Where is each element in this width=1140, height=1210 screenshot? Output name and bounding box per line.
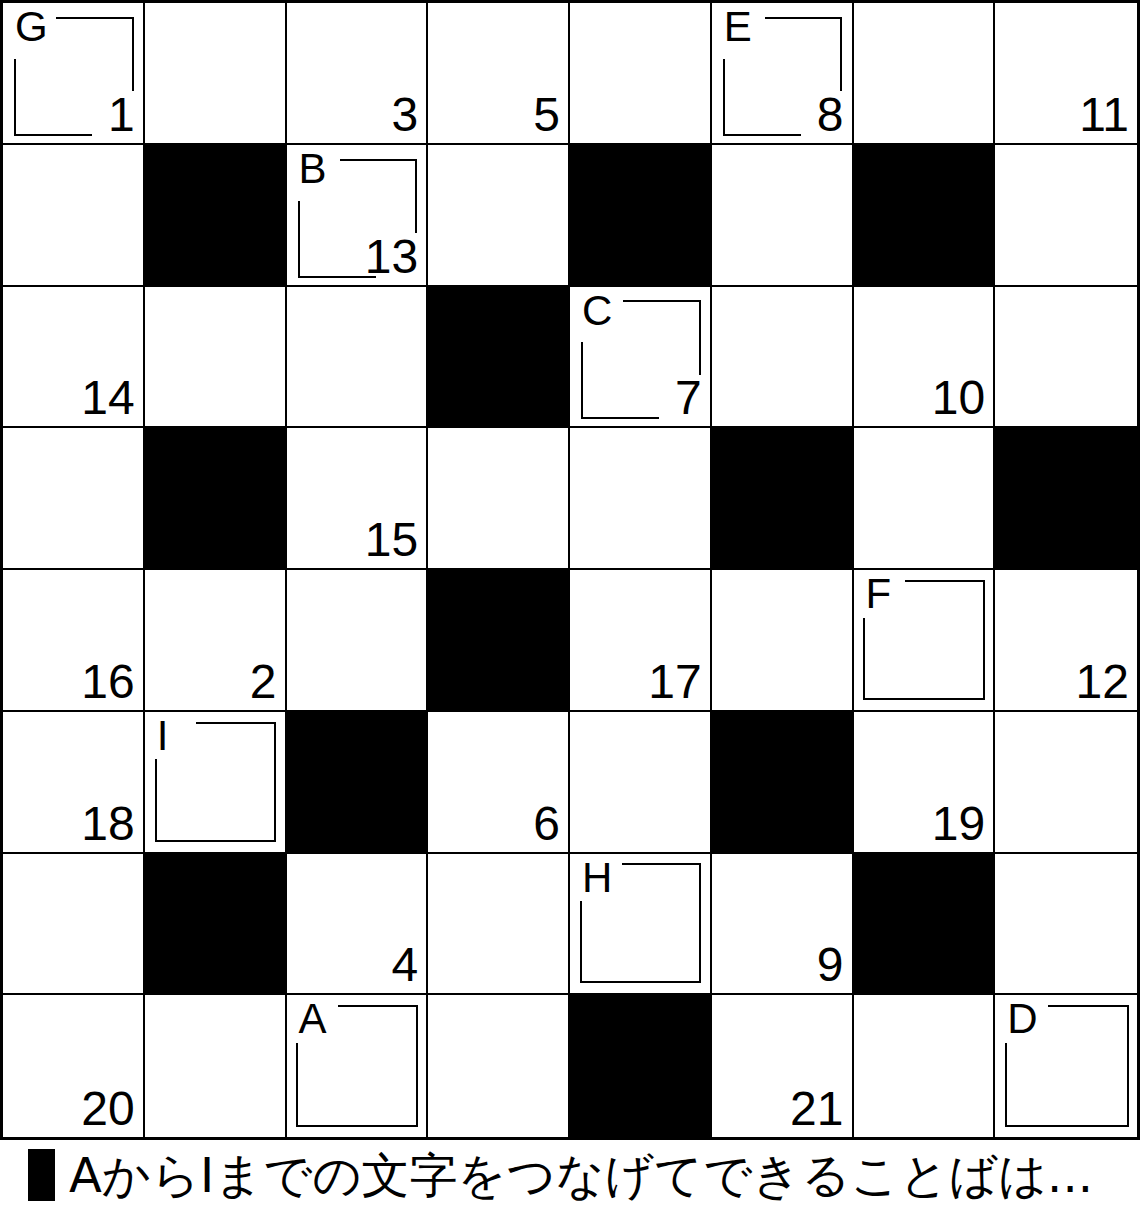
grid-cell[interactable] xyxy=(145,287,287,429)
black-cell xyxy=(287,712,429,854)
grid-cell[interactable] xyxy=(428,854,570,996)
grid-cell[interactable]: 21 xyxy=(712,995,854,1137)
grid-cell[interactable]: D xyxy=(995,995,1137,1137)
grid-cell[interactable] xyxy=(428,428,570,570)
grid-cell[interactable]: 18 xyxy=(3,712,145,854)
grid-cell[interactable]: 16 xyxy=(3,570,145,712)
clue-number: 14 xyxy=(81,374,134,422)
grid-cell[interactable]: 15 xyxy=(287,428,429,570)
clue-number: 8 xyxy=(817,91,844,139)
grid-cell[interactable]: 14 xyxy=(3,287,145,429)
grid-cell[interactable] xyxy=(570,428,712,570)
grid-cell[interactable]: 11 xyxy=(995,3,1137,145)
grid-cell[interactable]: 3 xyxy=(287,3,429,145)
grid-cell[interactable]: 19 xyxy=(854,712,996,854)
caption: AからIまでの文字をつなげてできることばは... xyxy=(0,1140,1140,1210)
grid-cell[interactable]: 6 xyxy=(428,712,570,854)
key-letter: F xyxy=(866,573,892,615)
key-letter: C xyxy=(582,290,612,332)
clue-number: 17 xyxy=(648,658,701,706)
grid-cell[interactable] xyxy=(428,995,570,1137)
clue-number: 21 xyxy=(790,1085,843,1133)
black-cell xyxy=(712,428,854,570)
clue-number: 13 xyxy=(365,233,418,281)
clue-number: 3 xyxy=(392,91,419,139)
clue-number: 20 xyxy=(81,1085,134,1133)
black-cell xyxy=(570,145,712,287)
clue-number: 15 xyxy=(365,516,418,564)
crossword-board: G135E811B1314C7101516217F1218I6194H920A2… xyxy=(0,0,1140,1140)
grid-cell[interactable]: G1 xyxy=(3,3,145,145)
grid-cell[interactable]: H xyxy=(570,854,712,996)
grid-cell[interactable]: 20 xyxy=(3,995,145,1137)
clue-number: 5 xyxy=(533,91,560,139)
grid-cell[interactable]: F xyxy=(854,570,996,712)
key-letter: H xyxy=(582,857,612,899)
grid-cell[interactable] xyxy=(145,3,287,145)
grid-cell[interactable]: 10 xyxy=(854,287,996,429)
grid-cell[interactable] xyxy=(854,995,996,1137)
caption-text: AからIまでの文字をつなげてできることばは... xyxy=(69,1151,1093,1199)
clue-number: 18 xyxy=(81,800,134,848)
grid-cell[interactable] xyxy=(995,854,1137,996)
black-cell xyxy=(854,145,996,287)
grid-cell[interactable] xyxy=(995,287,1137,429)
grid-cell[interactable] xyxy=(145,995,287,1137)
grid-cell[interactable] xyxy=(570,3,712,145)
key-letter: G xyxy=(15,6,48,48)
key-letter: D xyxy=(1007,998,1037,1040)
grid-cell[interactable] xyxy=(287,570,429,712)
grid-cell[interactable]: 17 xyxy=(570,570,712,712)
clue-number: 9 xyxy=(817,941,844,989)
grid-cell[interactable] xyxy=(428,145,570,287)
grid-cell[interactable] xyxy=(712,145,854,287)
key-letter: I xyxy=(157,715,169,757)
grid-cell[interactable]: 9 xyxy=(712,854,854,996)
grid-cell[interactable] xyxy=(3,145,145,287)
key-letter: E xyxy=(724,6,752,48)
clue-number: 7 xyxy=(675,374,702,422)
grid-cell[interactable]: C7 xyxy=(570,287,712,429)
grid-cell[interactable]: E8 xyxy=(712,3,854,145)
grid-cell[interactable]: 5 xyxy=(428,3,570,145)
black-cell xyxy=(428,570,570,712)
black-cell xyxy=(428,287,570,429)
grid-cell[interactable]: B13 xyxy=(287,145,429,287)
grid-cell[interactable] xyxy=(712,570,854,712)
black-cell xyxy=(570,995,712,1137)
grid-cell[interactable]: 12 xyxy=(995,570,1137,712)
grid-cell[interactable] xyxy=(854,3,996,145)
key-letter: A xyxy=(299,998,327,1040)
grid-cell[interactable]: A xyxy=(287,995,429,1137)
black-cell xyxy=(995,428,1137,570)
clue-number: 4 xyxy=(392,941,419,989)
grid-cell[interactable] xyxy=(712,287,854,429)
grid-cell[interactable]: I xyxy=(145,712,287,854)
grid-cell[interactable] xyxy=(287,287,429,429)
clue-number: 2 xyxy=(250,658,277,706)
black-cell xyxy=(854,854,996,996)
clue-number: 16 xyxy=(81,658,134,706)
grid-cell[interactable] xyxy=(995,712,1137,854)
clue-number: 11 xyxy=(1079,91,1129,139)
black-cell xyxy=(145,854,287,996)
caption-bullet-icon xyxy=(28,1149,55,1201)
clue-number: 12 xyxy=(1076,658,1129,706)
clue-number: 19 xyxy=(932,800,985,848)
grid-cell[interactable]: 4 xyxy=(287,854,429,996)
grid-cell[interactable] xyxy=(3,428,145,570)
grid-cell[interactable] xyxy=(570,712,712,854)
grid-cell[interactable] xyxy=(854,428,996,570)
grid-cell[interactable] xyxy=(3,854,145,996)
clue-number: 1 xyxy=(108,91,135,139)
black-cell xyxy=(145,145,287,287)
black-cell xyxy=(712,712,854,854)
grid-cell[interactable] xyxy=(995,145,1137,287)
key-letter: B xyxy=(299,148,327,190)
clue-number: 10 xyxy=(932,374,985,422)
grid-cell[interactable]: 2 xyxy=(145,570,287,712)
black-cell xyxy=(145,428,287,570)
clue-number: 6 xyxy=(533,800,560,848)
